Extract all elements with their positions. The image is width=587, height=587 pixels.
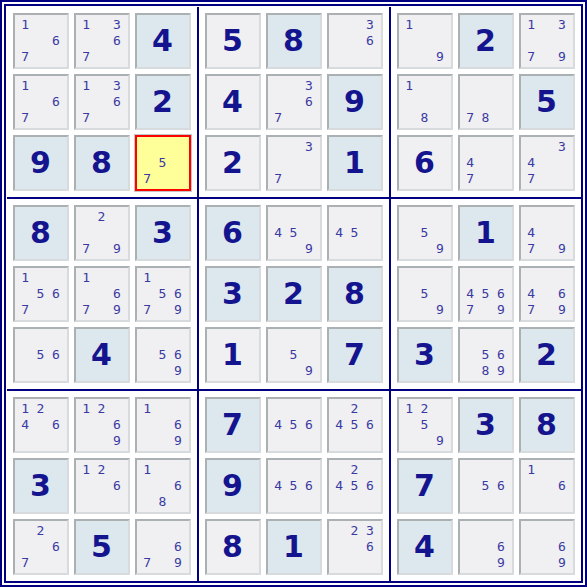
cell-value: 3 bbox=[460, 399, 512, 451]
cell-r5c1[interactable]: 1567 bbox=[13, 266, 69, 322]
cell-value: 7 bbox=[207, 399, 259, 451]
cell-r6c3[interactable]: 569 bbox=[135, 327, 191, 383]
cell-r6c1[interactable]: 56 bbox=[13, 327, 69, 383]
candidate-2: 2 bbox=[94, 401, 109, 417]
box-3-3: 1259387561646969 bbox=[397, 397, 575, 575]
candidate-1: 1 bbox=[79, 401, 94, 417]
cell-r9c3[interactable]: 679 bbox=[135, 519, 191, 575]
pencil-marks: 167 bbox=[15, 15, 67, 67]
box-2-3: 59147959456794679356892 bbox=[397, 205, 575, 383]
cell-r9c5[interactable]: 1 bbox=[266, 519, 322, 575]
candidate-9: 9 bbox=[554, 49, 569, 65]
candidate-3: 3 bbox=[301, 78, 316, 94]
candidate-1: 1 bbox=[140, 462, 155, 478]
candidate-5: 5 bbox=[417, 286, 432, 302]
candidate-3: 3 bbox=[554, 139, 569, 155]
candidate-5: 5 bbox=[417, 417, 432, 433]
box-1-1: 16713674167136729857 bbox=[13, 13, 191, 191]
cell-r4c4[interactable]: 6 bbox=[205, 205, 261, 261]
pencil-marks: 59 bbox=[399, 207, 451, 259]
cell-value: 4 bbox=[76, 329, 128, 381]
cell-r2c9[interactable]: 5 bbox=[519, 74, 575, 130]
candidate-7: 7 bbox=[140, 302, 155, 318]
candidate-6: 6 bbox=[493, 539, 508, 555]
cell-r9c9[interactable]: 69 bbox=[519, 519, 575, 575]
cell-r5c5[interactable]: 2 bbox=[266, 266, 322, 322]
cell-value: 6 bbox=[399, 137, 451, 189]
cell-value: 9 bbox=[207, 460, 259, 512]
candidate-5: 5 bbox=[417, 225, 432, 241]
candidate-7: 7 bbox=[463, 302, 478, 318]
candidate-6: 6 bbox=[301, 417, 316, 433]
candidate-2: 2 bbox=[33, 523, 48, 539]
cell-r3c1[interactable]: 9 bbox=[13, 135, 69, 191]
candidate-6: 6 bbox=[301, 478, 316, 494]
cell-r4c7[interactable]: 59 bbox=[397, 205, 453, 261]
candidate-1: 1 bbox=[140, 401, 155, 417]
candidate-9: 9 bbox=[301, 241, 316, 257]
pencil-marks: 347 bbox=[521, 137, 573, 189]
candidate-1: 1 bbox=[18, 270, 33, 286]
cell-r6c8[interactable]: 5689 bbox=[458, 327, 514, 383]
cell-r1c4[interactable]: 5 bbox=[205, 13, 261, 69]
candidate-1: 1 bbox=[79, 462, 94, 478]
candidate-9: 9 bbox=[170, 302, 185, 318]
candidate-4: 4 bbox=[271, 225, 286, 241]
cell-r2c7[interactable]: 18 bbox=[397, 74, 453, 130]
cell-r5c9[interactable]: 4679 bbox=[519, 266, 575, 322]
cell-r4c9[interactable]: 479 bbox=[519, 205, 575, 261]
box-separator-horizontal-2 bbox=[7, 389, 581, 391]
candidate-4: 4 bbox=[463, 155, 478, 171]
box-separator-horizontal-1 bbox=[7, 197, 581, 199]
candidate-9: 9 bbox=[432, 433, 447, 449]
candidate-6: 6 bbox=[48, 33, 63, 49]
cell-r6c2[interactable]: 4 bbox=[74, 327, 130, 383]
cell-value: 8 bbox=[15, 207, 67, 259]
candidate-4: 4 bbox=[524, 225, 539, 241]
candidate-9: 9 bbox=[554, 555, 569, 571]
cell-r9c7[interactable]: 4 bbox=[397, 519, 453, 575]
candidate-6: 6 bbox=[362, 478, 377, 494]
pencil-marks: 267 bbox=[15, 521, 67, 573]
pencil-marks: 47 bbox=[460, 137, 512, 189]
cell-value: 3 bbox=[15, 460, 67, 512]
cell-r9c4[interactable]: 8 bbox=[205, 519, 261, 575]
candidate-9: 9 bbox=[493, 555, 508, 571]
candidate-6: 6 bbox=[493, 478, 508, 494]
pencil-marks: 57 bbox=[137, 137, 189, 189]
candidate-5: 5 bbox=[286, 225, 301, 241]
candidate-5: 5 bbox=[155, 155, 170, 171]
candidate-2: 2 bbox=[94, 209, 109, 225]
candidate-6: 6 bbox=[362, 33, 377, 49]
candidate-4: 4 bbox=[271, 478, 286, 494]
cell-r2c8[interactable]: 78 bbox=[458, 74, 514, 130]
cell-r5c6[interactable]: 8 bbox=[327, 266, 383, 322]
cell-r7c3[interactable]: 169 bbox=[135, 397, 191, 453]
pencil-marks: 19 bbox=[399, 15, 451, 67]
cell-r8c7[interactable]: 7 bbox=[397, 458, 453, 514]
cell-r5c7[interactable]: 59 bbox=[397, 266, 453, 322]
box-1-3: 192137918785647347 bbox=[397, 13, 575, 191]
pencil-marks: 2456 bbox=[329, 399, 381, 451]
box-3-2: 745624569456245681236 bbox=[205, 397, 383, 575]
candidate-2: 2 bbox=[347, 462, 362, 478]
pencil-marks: 18 bbox=[399, 76, 451, 128]
box-1-2: 5836436792371 bbox=[205, 13, 383, 191]
candidate-5: 5 bbox=[286, 478, 301, 494]
cell-r7c5[interactable]: 456 bbox=[266, 397, 322, 453]
candidate-7: 7 bbox=[79, 49, 94, 65]
candidate-7: 7 bbox=[79, 110, 94, 126]
cell-r8c2[interactable]: 126 bbox=[74, 458, 130, 514]
candidate-6: 6 bbox=[109, 417, 124, 433]
pencil-marks: 36 bbox=[329, 15, 381, 67]
cell-value: 3 bbox=[399, 329, 451, 381]
candidate-4: 4 bbox=[271, 417, 286, 433]
cell-r1c1[interactable]: 167 bbox=[13, 13, 69, 69]
candidate-5: 5 bbox=[478, 286, 493, 302]
pencil-marks: 78 bbox=[460, 76, 512, 128]
pencil-marks: 569 bbox=[137, 329, 189, 381]
candidate-4: 4 bbox=[332, 478, 347, 494]
cell-r1c9[interactable]: 1379 bbox=[519, 13, 575, 69]
pencil-marks: 456 bbox=[268, 399, 320, 451]
candidate-4: 4 bbox=[524, 155, 539, 171]
cell-r2c6[interactable]: 9 bbox=[327, 74, 383, 130]
candidate-6: 6 bbox=[493, 286, 508, 302]
candidate-9: 9 bbox=[170, 363, 185, 379]
cell-r6c4[interactable]: 1 bbox=[205, 327, 261, 383]
pencil-marks: 1246 bbox=[15, 399, 67, 451]
candidate-8: 8 bbox=[478, 363, 493, 379]
cell-r5c2[interactable]: 1679 bbox=[74, 266, 130, 322]
cell-value: 2 bbox=[460, 15, 512, 67]
cell-value: 1 bbox=[329, 137, 381, 189]
cell-r1c7[interactable]: 19 bbox=[397, 13, 453, 69]
candidate-7: 7 bbox=[463, 171, 478, 187]
candidate-9: 9 bbox=[301, 363, 316, 379]
cell-r4c6[interactable]: 45 bbox=[327, 205, 383, 261]
candidate-6: 6 bbox=[170, 478, 185, 494]
cell-r3c6[interactable]: 1 bbox=[327, 135, 383, 191]
cell-value: 7 bbox=[329, 329, 381, 381]
cell-r4c3[interactable]: 3 bbox=[135, 205, 191, 261]
cell-value: 5 bbox=[76, 521, 128, 573]
candidate-9: 9 bbox=[432, 241, 447, 257]
cell-r2c1[interactable]: 167 bbox=[13, 74, 69, 130]
candidate-6: 6 bbox=[109, 94, 124, 110]
cell-value: 3 bbox=[207, 268, 259, 320]
pencil-marks: 168 bbox=[137, 460, 189, 512]
candidate-9: 9 bbox=[109, 241, 124, 257]
cell-value: 9 bbox=[329, 76, 381, 128]
sudoku-board: 1671367416713672985758364367923711921379… bbox=[0, 0, 587, 587]
candidate-6: 6 bbox=[362, 539, 377, 555]
candidate-8: 8 bbox=[155, 494, 170, 510]
candidate-9: 9 bbox=[109, 433, 124, 449]
candidate-3: 3 bbox=[109, 78, 124, 94]
pencil-marks: 69 bbox=[460, 521, 512, 573]
cell-value: 5 bbox=[207, 15, 259, 67]
cell-value: 8 bbox=[268, 15, 320, 67]
cell-r4c5[interactable]: 459 bbox=[266, 205, 322, 261]
pencil-marks: 679 bbox=[137, 521, 189, 573]
cell-value: 8 bbox=[207, 521, 259, 573]
cell-r3c7[interactable]: 6 bbox=[397, 135, 453, 191]
pencil-marks: 45679 bbox=[460, 268, 512, 320]
candidate-2: 2 bbox=[94, 462, 109, 478]
candidate-9: 9 bbox=[554, 241, 569, 257]
board-grid: 1671367416713672985758364367923711921379… bbox=[13, 13, 575, 575]
cell-value: 4 bbox=[207, 76, 259, 128]
candidate-9: 9 bbox=[493, 363, 508, 379]
cell-r6c5[interactable]: 59 bbox=[266, 327, 322, 383]
candidate-4: 4 bbox=[18, 417, 33, 433]
candidate-6: 6 bbox=[48, 417, 63, 433]
cell-value: 9 bbox=[15, 137, 67, 189]
cell-r1c5[interactable]: 8 bbox=[266, 13, 322, 69]
pencil-marks: 16 bbox=[521, 460, 573, 512]
cell-r9c1[interactable]: 267 bbox=[13, 519, 69, 575]
cell-r2c5[interactable]: 367 bbox=[266, 74, 322, 130]
cell-r8c4[interactable]: 9 bbox=[205, 458, 261, 514]
pencil-marks: 126 bbox=[76, 460, 128, 512]
candidate-6: 6 bbox=[170, 286, 185, 302]
candidate-5: 5 bbox=[347, 225, 362, 241]
cell-r8c5[interactable]: 456 bbox=[266, 458, 322, 514]
candidate-6: 6 bbox=[170, 347, 185, 363]
candidate-4: 4 bbox=[463, 286, 478, 302]
cell-r2c3[interactable]: 2 bbox=[135, 74, 191, 130]
cell-r1c8[interactable]: 2 bbox=[458, 13, 514, 69]
cell-r7c2[interactable]: 1269 bbox=[74, 397, 130, 453]
pencil-marks: 236 bbox=[329, 521, 381, 573]
candidate-7: 7 bbox=[18, 49, 33, 65]
candidate-7: 7 bbox=[463, 110, 478, 126]
candidate-7: 7 bbox=[524, 49, 539, 65]
pencil-marks: 169 bbox=[137, 399, 189, 451]
cell-value: 4 bbox=[399, 521, 451, 573]
candidate-5: 5 bbox=[33, 347, 48, 363]
cell-r3c2[interactable]: 8 bbox=[74, 135, 130, 191]
pencil-marks: 1259 bbox=[399, 399, 451, 451]
cell-r7c4[interactable]: 7 bbox=[205, 397, 261, 453]
cell-value: 8 bbox=[329, 268, 381, 320]
candidate-5: 5 bbox=[286, 347, 301, 363]
cell-value: 2 bbox=[521, 329, 573, 381]
cell-r7c1[interactable]: 1246 bbox=[13, 397, 69, 453]
cell-r5c3[interactable]: 15679 bbox=[135, 266, 191, 322]
candidate-7: 7 bbox=[79, 302, 94, 318]
cell-r1c3[interactable]: 4 bbox=[135, 13, 191, 69]
candidate-1: 1 bbox=[402, 17, 417, 33]
cell-r7c8[interactable]: 3 bbox=[458, 397, 514, 453]
cell-r7c7[interactable]: 1259 bbox=[397, 397, 453, 453]
cell-r6c7[interactable]: 3 bbox=[397, 327, 453, 383]
candidate-6: 6 bbox=[554, 286, 569, 302]
candidate-3: 3 bbox=[362, 17, 377, 33]
candidate-6: 6 bbox=[170, 417, 185, 433]
candidate-4: 4 bbox=[332, 225, 347, 241]
candidate-9: 9 bbox=[170, 555, 185, 571]
cell-r1c6[interactable]: 36 bbox=[327, 13, 383, 69]
candidate-8: 8 bbox=[417, 110, 432, 126]
cell-value: 2 bbox=[207, 137, 259, 189]
candidate-6: 6 bbox=[301, 94, 316, 110]
candidate-9: 9 bbox=[109, 302, 124, 318]
cell-value: 4 bbox=[137, 15, 189, 67]
candidate-1: 1 bbox=[402, 78, 417, 94]
candidate-1: 1 bbox=[524, 462, 539, 478]
cell-r5c8[interactable]: 45679 bbox=[458, 266, 514, 322]
candidate-7: 7 bbox=[18, 555, 33, 571]
pencil-marks: 459 bbox=[268, 207, 320, 259]
box-2-2: 6459453281597 bbox=[205, 205, 383, 383]
pencil-marks: 59 bbox=[268, 329, 320, 381]
candidate-2: 2 bbox=[347, 523, 362, 539]
cell-r4c1[interactable]: 8 bbox=[13, 205, 69, 261]
cell-r3c3[interactable]: 57 bbox=[135, 135, 191, 191]
candidate-3: 3 bbox=[301, 139, 316, 155]
candidate-9: 9 bbox=[170, 433, 185, 449]
cell-r3c8[interactable]: 47 bbox=[458, 135, 514, 191]
board-frame: 1671367416713672985758364367923711921379… bbox=[4, 4, 583, 583]
pencil-marks: 45 bbox=[329, 207, 381, 259]
box-separator-vertical-1 bbox=[197, 7, 199, 581]
cell-r8c6[interactable]: 2456 bbox=[327, 458, 383, 514]
cell-r8c1[interactable]: 3 bbox=[13, 458, 69, 514]
pencil-marks: 1269 bbox=[76, 399, 128, 451]
pencil-marks: 479 bbox=[521, 207, 573, 259]
cell-value: 1 bbox=[207, 329, 259, 381]
candidate-1: 1 bbox=[79, 78, 94, 94]
cell-value: 2 bbox=[268, 268, 320, 320]
cell-value: 3 bbox=[137, 207, 189, 259]
candidate-9: 9 bbox=[493, 302, 508, 318]
cell-r8c9[interactable]: 16 bbox=[519, 458, 575, 514]
candidate-6: 6 bbox=[493, 347, 508, 363]
candidate-7: 7 bbox=[524, 171, 539, 187]
candidate-1: 1 bbox=[402, 401, 417, 417]
candidate-5: 5 bbox=[347, 478, 362, 494]
candidate-6: 6 bbox=[48, 94, 63, 110]
candidate-7: 7 bbox=[79, 241, 94, 257]
box-2-1: 827931567167915679564569 bbox=[13, 205, 191, 383]
candidate-1: 1 bbox=[524, 17, 539, 33]
cell-r3c9[interactable]: 347 bbox=[519, 135, 575, 191]
candidate-3: 3 bbox=[362, 523, 377, 539]
candidate-3: 3 bbox=[109, 17, 124, 33]
candidate-6: 6 bbox=[48, 347, 63, 363]
cell-value: 1 bbox=[460, 207, 512, 259]
cell-r8c3[interactable]: 168 bbox=[135, 458, 191, 514]
pencil-marks: 15679 bbox=[137, 268, 189, 320]
cell-r6c9[interactable]: 2 bbox=[519, 327, 575, 383]
cell-r7c9[interactable]: 8 bbox=[519, 397, 575, 453]
cell-r9c2[interactable]: 5 bbox=[74, 519, 130, 575]
candidate-7: 7 bbox=[140, 555, 155, 571]
pencil-marks: 1679 bbox=[76, 268, 128, 320]
cell-r1c2[interactable]: 1367 bbox=[74, 13, 130, 69]
cell-r3c4[interactable]: 2 bbox=[205, 135, 261, 191]
cell-r5c4[interactable]: 3 bbox=[205, 266, 261, 322]
candidate-5: 5 bbox=[478, 347, 493, 363]
candidate-6: 6 bbox=[109, 33, 124, 49]
candidate-7: 7 bbox=[271, 171, 286, 187]
candidate-5: 5 bbox=[155, 286, 170, 302]
pencil-marks: 59 bbox=[399, 268, 451, 320]
cell-r2c2[interactable]: 1367 bbox=[74, 74, 130, 130]
candidate-1: 1 bbox=[18, 401, 33, 417]
candidate-3: 3 bbox=[554, 17, 569, 33]
pencil-marks: 56 bbox=[15, 329, 67, 381]
candidate-7: 7 bbox=[18, 110, 33, 126]
cell-r8c8[interactable]: 56 bbox=[458, 458, 514, 514]
cell-r4c8[interactable]: 1 bbox=[458, 205, 514, 261]
candidate-2: 2 bbox=[347, 401, 362, 417]
cell-value: 7 bbox=[399, 460, 451, 512]
candidate-7: 7 bbox=[271, 110, 286, 126]
cell-r6c6[interactable]: 7 bbox=[327, 327, 383, 383]
candidate-5: 5 bbox=[347, 417, 362, 433]
cell-value: 8 bbox=[521, 399, 573, 451]
pencil-marks: 69 bbox=[521, 521, 573, 573]
candidate-9: 9 bbox=[554, 302, 569, 318]
pencil-marks: 2456 bbox=[329, 460, 381, 512]
pencil-marks: 1567 bbox=[15, 268, 67, 320]
candidate-6: 6 bbox=[554, 478, 569, 494]
candidate-2: 2 bbox=[33, 401, 48, 417]
cell-r2c4[interactable]: 4 bbox=[205, 74, 261, 130]
candidate-4: 4 bbox=[332, 417, 347, 433]
box-separator-vertical-2 bbox=[389, 7, 391, 581]
candidate-6: 6 bbox=[48, 539, 63, 555]
pencil-marks: 367 bbox=[268, 76, 320, 128]
candidate-7: 7 bbox=[524, 302, 539, 318]
cell-r3c5[interactable]: 37 bbox=[266, 135, 322, 191]
candidate-8: 8 bbox=[478, 110, 493, 126]
candidate-6: 6 bbox=[554, 539, 569, 555]
pencil-marks: 37 bbox=[268, 137, 320, 189]
candidate-1: 1 bbox=[79, 17, 94, 33]
candidate-6: 6 bbox=[48, 286, 63, 302]
candidate-5: 5 bbox=[286, 417, 301, 433]
cell-r9c6[interactable]: 236 bbox=[327, 519, 383, 575]
cell-r9c8[interactable]: 69 bbox=[458, 519, 514, 575]
pencil-marks: 5689 bbox=[460, 329, 512, 381]
pencil-marks: 4679 bbox=[521, 268, 573, 320]
cell-r4c2[interactable]: 279 bbox=[74, 205, 130, 261]
candidate-5: 5 bbox=[478, 478, 493, 494]
pencil-marks: 1367 bbox=[76, 15, 128, 67]
candidate-2: 2 bbox=[417, 401, 432, 417]
candidate-6: 6 bbox=[109, 478, 124, 494]
candidate-5: 5 bbox=[33, 286, 48, 302]
candidate-1: 1 bbox=[140, 270, 155, 286]
cell-r7c6[interactable]: 2456 bbox=[327, 397, 383, 453]
candidate-1: 1 bbox=[18, 78, 33, 94]
cell-value: 6 bbox=[207, 207, 259, 259]
candidate-1: 1 bbox=[18, 17, 33, 33]
candidate-6: 6 bbox=[170, 539, 185, 555]
candidate-1: 1 bbox=[79, 270, 94, 286]
pencil-marks: 1379 bbox=[521, 15, 573, 67]
candidate-6: 6 bbox=[362, 417, 377, 433]
candidate-9: 9 bbox=[432, 49, 447, 65]
cell-value: 5 bbox=[521, 76, 573, 128]
